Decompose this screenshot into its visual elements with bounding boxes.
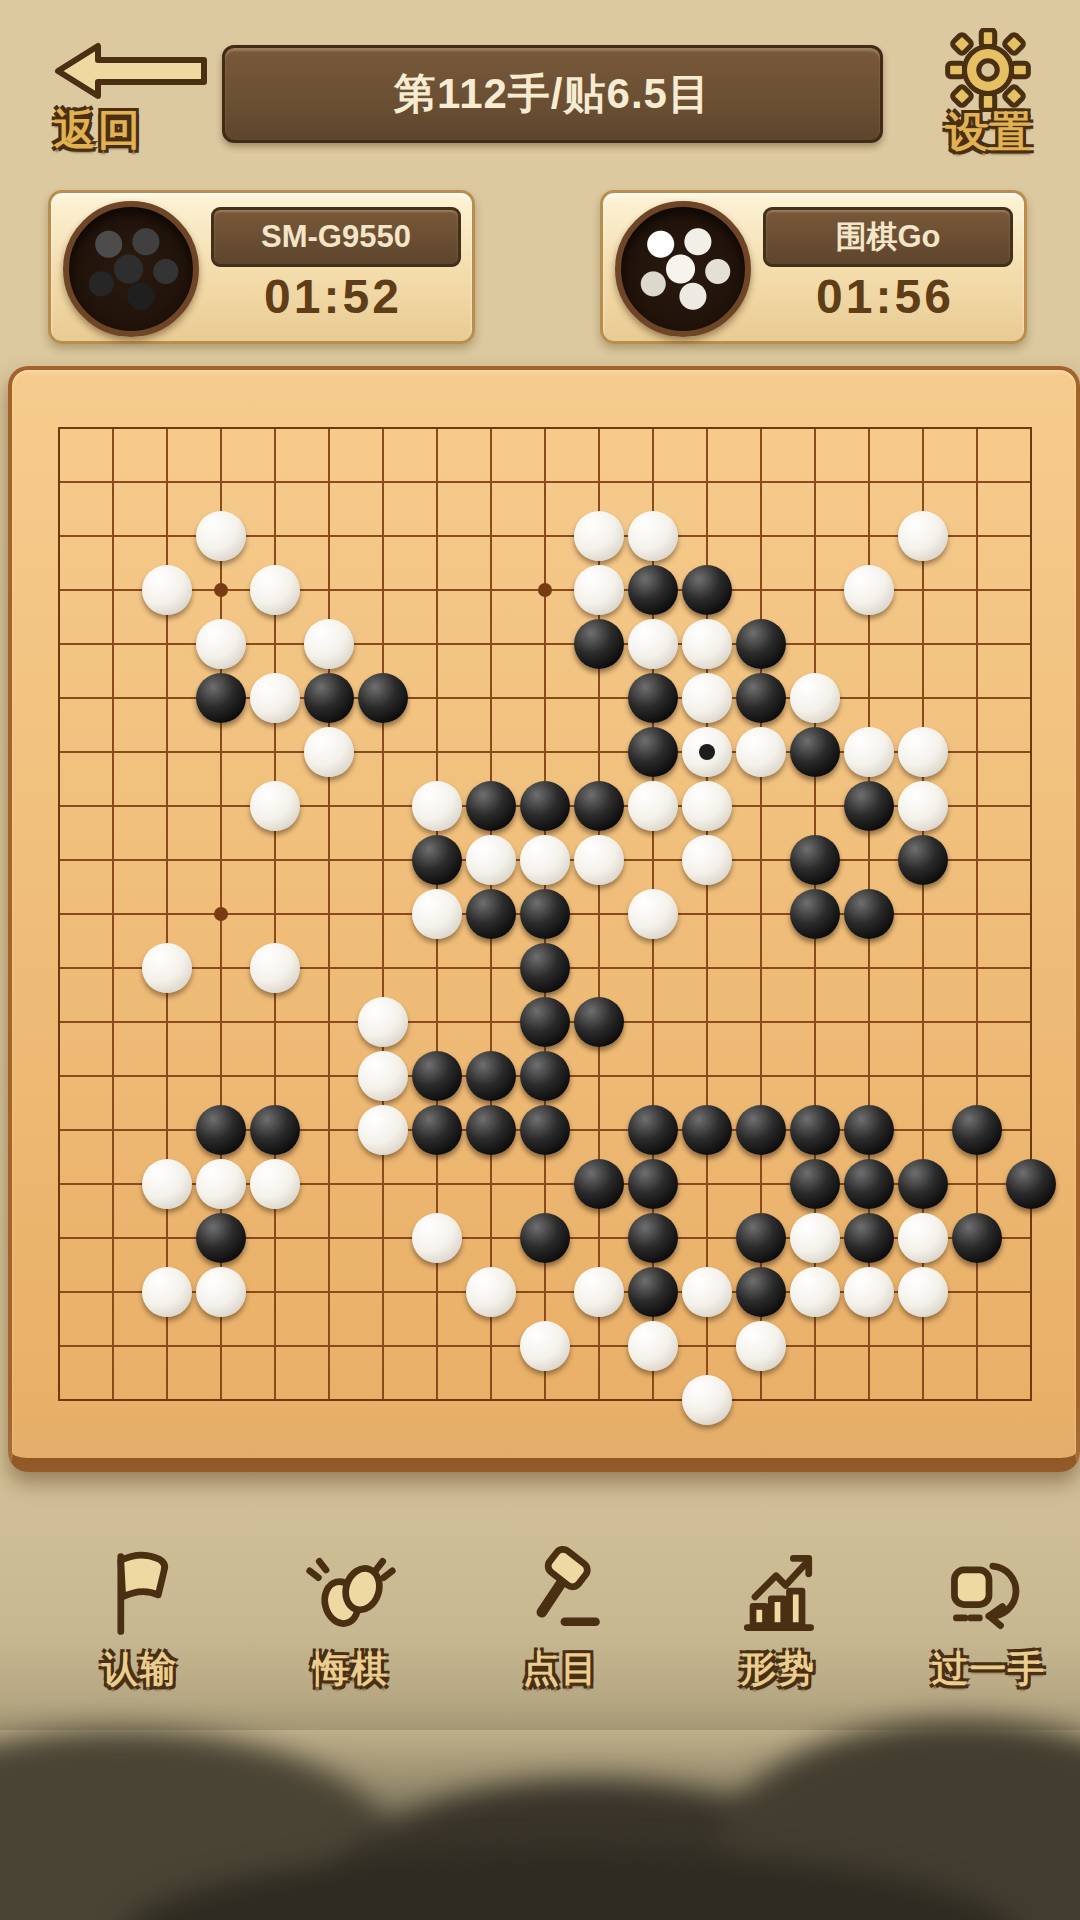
white-stone: [196, 1159, 246, 1209]
analysis-button[interactable]: 形势: [683, 1545, 873, 1710]
resign-label: 认输: [45, 1645, 235, 1694]
black-stone: [628, 565, 678, 615]
go-grid[interactable]: [58, 427, 1032, 1401]
white-stone: [412, 1213, 462, 1263]
pass-button[interactable]: 过一手: [894, 1545, 1080, 1710]
black-stone: [196, 673, 246, 723]
black-stone: [952, 1213, 1002, 1263]
black-stone: [844, 781, 894, 831]
black-stone: [844, 1213, 894, 1263]
white-stone: [574, 511, 624, 561]
black-stone: [682, 565, 732, 615]
black-stone: [736, 619, 786, 669]
black-stone: [628, 1213, 678, 1263]
white-stone: [142, 1159, 192, 1209]
count-button[interactable]: 点目: [466, 1545, 656, 1710]
black-stone: [790, 1105, 840, 1155]
white-stone: [196, 511, 246, 561]
last-move-marker: [699, 744, 715, 760]
white-stone: [898, 727, 948, 777]
count-label: 点目: [466, 1645, 656, 1694]
white-stone: [574, 835, 624, 885]
undo-button[interactable]: 悔棋: [256, 1545, 446, 1710]
black-stone: [466, 1105, 516, 1155]
player-panel-white: 围棋Go 01:56: [600, 190, 1027, 344]
black-stone: [1006, 1159, 1056, 1209]
stones-icon: [256, 1545, 446, 1641]
move-info-text: 第112手/贴6.5目: [394, 66, 711, 122]
black-stone: [520, 943, 570, 993]
white-stone: [898, 1267, 948, 1317]
white-stone: [790, 1213, 840, 1263]
black-stone: [682, 1105, 732, 1155]
black-stone: [520, 781, 570, 831]
black-stone: [358, 673, 408, 723]
black-stones-bowl: [63, 201, 199, 337]
back-label: 返回: [54, 102, 142, 158]
black-stone: [628, 727, 678, 777]
black-stone: [952, 1105, 1002, 1155]
white-stone: [520, 1321, 570, 1371]
white-stone: [466, 1267, 516, 1317]
white-stone: [520, 835, 570, 885]
black-stone: [412, 1051, 462, 1101]
white-stone: [196, 619, 246, 669]
white-stone: [466, 835, 516, 885]
white-stone: [682, 835, 732, 885]
white-stone: [844, 1267, 894, 1317]
black-stone: [574, 1159, 624, 1209]
star-point: [214, 583, 228, 597]
black-stone: [520, 1213, 570, 1263]
black-stone: [736, 1267, 786, 1317]
move-info-plate: 第112手/贴6.5目: [222, 45, 883, 143]
white-stone: [142, 1267, 192, 1317]
black-stone: [628, 1105, 678, 1155]
black-stone: [790, 835, 840, 885]
white-player-timer: 01:56: [763, 269, 1007, 324]
white-stone: [844, 727, 894, 777]
black-stone: [736, 1213, 786, 1263]
white-stone: [898, 511, 948, 561]
black-stone: [898, 1159, 948, 1209]
white-stone: [574, 1267, 624, 1317]
white-stone: [142, 943, 192, 993]
black-stone: [844, 1159, 894, 1209]
analysis-label: 形势: [683, 1645, 873, 1694]
go-board[interactable]: [8, 366, 1080, 1472]
flag-icon: [45, 1545, 235, 1641]
black-stone: [520, 997, 570, 1047]
white-stone: [844, 565, 894, 615]
black-stone: [574, 781, 624, 831]
white-stone: [250, 781, 300, 831]
white-stone: [196, 1267, 246, 1317]
white-stone: [358, 1051, 408, 1101]
white-stone: [304, 619, 354, 669]
white-stones-bowl: [615, 201, 751, 337]
black-player-name: SM-G9550: [261, 219, 411, 255]
undo-label: 悔棋: [256, 1645, 446, 1694]
black-stone: [520, 889, 570, 939]
black-stone: [844, 1105, 894, 1155]
black-stone: [736, 673, 786, 723]
black-stone: [520, 1051, 570, 1101]
black-stone: [304, 673, 354, 723]
star-point: [214, 907, 228, 921]
white-stone: [304, 727, 354, 777]
white-stone: [682, 673, 732, 723]
white-stone: [628, 889, 678, 939]
black-stone: [196, 1213, 246, 1263]
black-stone: [736, 1105, 786, 1155]
white-stone: [736, 1321, 786, 1371]
black-stone: [790, 727, 840, 777]
white-stone: [790, 673, 840, 723]
white-stone: [142, 565, 192, 615]
white-stone: [628, 511, 678, 561]
black-stone: [628, 1159, 678, 1209]
black-stone: [844, 889, 894, 939]
black-stone: [466, 781, 516, 831]
resign-button[interactable]: 认输: [45, 1545, 235, 1710]
black-stone: [574, 997, 624, 1047]
white-stone: [628, 619, 678, 669]
black-stone: [250, 1105, 300, 1155]
white-stone: [682, 727, 732, 777]
white-stone: [736, 727, 786, 777]
white-stone: [358, 1105, 408, 1155]
black-stone: [466, 1051, 516, 1101]
white-stone: [898, 781, 948, 831]
gavel-icon: [466, 1545, 656, 1641]
player-panel-black: SM-G9550 01:52: [48, 190, 475, 344]
white-stone: [682, 1267, 732, 1317]
white-stone: [412, 781, 462, 831]
black-stone: [898, 835, 948, 885]
back-button[interactable]: 返回: [52, 40, 217, 160]
white-player-name: 围棋Go: [835, 216, 940, 258]
black-stone: [412, 835, 462, 885]
settings-label: 设置: [946, 104, 1034, 160]
black-player-name-plate: SM-G9550: [211, 207, 461, 267]
black-stone: [520, 1105, 570, 1155]
black-stone: [466, 889, 516, 939]
black-stone: [628, 673, 678, 723]
white-stone: [682, 619, 732, 669]
white-stone: [250, 943, 300, 993]
star-point: [538, 583, 552, 597]
white-stone: [412, 889, 462, 939]
back-arrow-icon: [52, 40, 217, 102]
white-stone: [250, 565, 300, 615]
action-bar: 认输 悔棋 点目: [0, 1545, 1080, 1715]
settings-button[interactable]: 设置: [938, 28, 1058, 158]
white-stone: [250, 1159, 300, 1209]
white-stone: [250, 673, 300, 723]
white-stone: [898, 1213, 948, 1263]
black-stone: [790, 1159, 840, 1209]
black-stone: [790, 889, 840, 939]
black-stone: [574, 619, 624, 669]
white-stone: [628, 781, 678, 831]
pass-label: 过一手: [894, 1645, 1080, 1694]
black-stone: [628, 1267, 678, 1317]
white-stone: [682, 781, 732, 831]
white-stone: [358, 997, 408, 1047]
black-stone: [412, 1105, 462, 1155]
white-stone: [628, 1321, 678, 1371]
go-app-screen: { "game": "go", "header": { "back_label"…: [0, 0, 1080, 1920]
white-player-name-plate: 围棋Go: [763, 207, 1013, 267]
pass-icon: [894, 1545, 1080, 1641]
black-player-timer: 01:52: [211, 269, 455, 324]
trend-icon: [683, 1545, 873, 1641]
white-stone: [790, 1267, 840, 1317]
white-stone: [574, 565, 624, 615]
black-stone: [196, 1105, 246, 1155]
